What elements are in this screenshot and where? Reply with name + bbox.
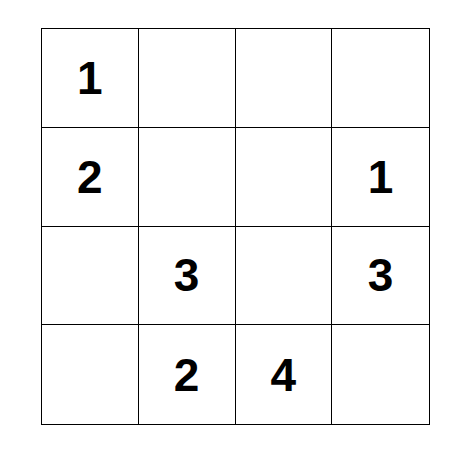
cell-r3c3[interactable] — [236, 227, 333, 326]
cell-r1c4[interactable] — [332, 29, 429, 128]
cell-r2c4[interactable]: 1 — [332, 128, 429, 227]
cell-r3c2[interactable]: 3 — [139, 227, 236, 326]
cell-r2c1[interactable]: 2 — [42, 128, 139, 227]
puzzle-page: 1 2 1 3 3 2 4 — [0, 0, 474, 456]
cell-r4c4[interactable] — [332, 325, 429, 424]
cell-r1c2[interactable] — [139, 29, 236, 128]
cell-r4c1[interactable] — [42, 325, 139, 424]
cell-r3c4[interactable]: 3 — [332, 227, 429, 326]
cell-r2c2[interactable] — [139, 128, 236, 227]
cell-r1c3[interactable] — [236, 29, 333, 128]
cell-r4c3[interactable]: 4 — [236, 325, 333, 424]
cell-r3c1[interactable] — [42, 227, 139, 326]
cell-r4c2[interactable]: 2 — [139, 325, 236, 424]
cell-r2c3[interactable] — [236, 128, 333, 227]
cell-r1c1[interactable]: 1 — [42, 29, 139, 128]
sudoku-board: 1 2 1 3 3 2 4 — [41, 28, 430, 425]
